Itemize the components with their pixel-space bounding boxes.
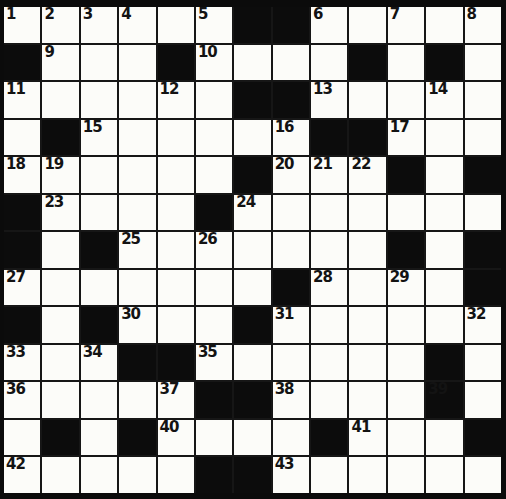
clue-number: 22 <box>351 156 370 173</box>
black-cell <box>465 270 501 306</box>
black-cell <box>349 45 385 81</box>
white-cell[interactable] <box>465 382 501 418</box>
black-cell <box>311 120 347 156</box>
clue-number: 10 <box>198 44 217 61</box>
black-cell <box>465 157 501 193</box>
white-cell[interactable]: 27 <box>4 270 40 306</box>
white-cell[interactable] <box>42 382 78 418</box>
black-cell <box>158 345 194 381</box>
white-cell[interactable] <box>42 82 78 118</box>
clue-number: 25 <box>121 231 140 248</box>
white-cell[interactable]: 38 <box>273 382 309 418</box>
clue-number: 15 <box>83 119 102 136</box>
white-cell[interactable]: 4 <box>119 7 155 43</box>
white-cell[interactable] <box>119 457 155 493</box>
clue-number: 39 <box>428 381 447 398</box>
white-cell[interactable] <box>388 307 424 343</box>
white-cell[interactable] <box>426 420 462 456</box>
clue-number: 6 <box>313 6 322 23</box>
white-cell[interactable]: 28 <box>311 270 347 306</box>
clue-number: 30 <box>121 306 140 323</box>
white-cell[interactable] <box>349 195 385 231</box>
white-cell[interactable] <box>81 270 117 306</box>
black-cell <box>234 82 270 118</box>
white-cell[interactable]: 7 <box>388 7 424 43</box>
white-cell[interactable] <box>234 270 270 306</box>
white-cell[interactable]: 36 <box>4 382 40 418</box>
white-cell[interactable]: 18 <box>4 157 40 193</box>
white-cell[interactable] <box>349 457 385 493</box>
white-cell[interactable] <box>119 120 155 156</box>
white-cell[interactable] <box>465 45 501 81</box>
white-cell[interactable] <box>465 195 501 231</box>
white-cell[interactable] <box>465 345 501 381</box>
black-cell <box>4 195 40 231</box>
white-cell[interactable] <box>388 82 424 118</box>
white-cell[interactable]: 11 <box>4 82 40 118</box>
white-cell[interactable] <box>158 307 194 343</box>
clue-number: 14 <box>428 81 447 98</box>
black-cell <box>234 382 270 418</box>
white-cell[interactable]: 26 <box>196 232 232 268</box>
black-cell <box>81 307 117 343</box>
white-cell[interactable] <box>119 195 155 231</box>
white-cell[interactable] <box>388 420 424 456</box>
clue-number: 8 <box>467 6 476 23</box>
white-cell[interactable]: 8 <box>465 7 501 43</box>
crossword-grid: 1234567891011121314151617181920212223242… <box>0 0 506 499</box>
clue-number: 43 <box>275 456 294 473</box>
white-cell[interactable]: 24 <box>234 195 270 231</box>
white-cell[interactable] <box>465 120 501 156</box>
white-cell[interactable]: 16 <box>273 120 309 156</box>
white-cell[interactable] <box>426 307 462 343</box>
white-cell[interactable] <box>42 270 78 306</box>
black-cell <box>158 45 194 81</box>
white-cell[interactable] <box>81 420 117 456</box>
white-cell[interactable] <box>196 420 232 456</box>
white-cell[interactable]: 5 <box>196 7 232 43</box>
white-cell[interactable]: 35 <box>196 345 232 381</box>
white-cell[interactable] <box>311 345 347 381</box>
black-cell <box>426 345 462 381</box>
black-cell <box>273 7 309 43</box>
white-cell[interactable] <box>311 382 347 418</box>
white-cell[interactable] <box>158 7 194 43</box>
white-cell[interactable] <box>273 232 309 268</box>
clue-number: 20 <box>275 156 294 173</box>
white-cell[interactable] <box>349 345 385 381</box>
white-cell[interactable] <box>426 157 462 193</box>
white-cell[interactable] <box>388 45 424 81</box>
clue-number: 12 <box>160 81 179 98</box>
white-cell[interactable] <box>426 457 462 493</box>
white-cell[interactable]: 9 <box>42 45 78 81</box>
white-cell[interactable] <box>426 195 462 231</box>
white-cell[interactable] <box>119 82 155 118</box>
white-cell[interactable] <box>311 307 347 343</box>
white-cell[interactable] <box>273 45 309 81</box>
white-cell[interactable] <box>196 157 232 193</box>
white-cell[interactable] <box>349 382 385 418</box>
clue-number: 16 <box>275 119 294 136</box>
white-cell[interactable]: 10 <box>196 45 232 81</box>
clue-number: 40 <box>160 419 179 436</box>
white-cell[interactable]: 17 <box>388 120 424 156</box>
clue-number: 19 <box>44 156 63 173</box>
white-cell[interactable]: 21 <box>311 157 347 193</box>
white-cell[interactable] <box>119 157 155 193</box>
clue-number: 42 <box>6 456 25 473</box>
clue-number: 7 <box>390 6 399 23</box>
white-cell[interactable] <box>158 157 194 193</box>
white-cell[interactable] <box>273 420 309 456</box>
clue-number: 17 <box>390 119 409 136</box>
black-cell: 39 <box>426 382 462 418</box>
white-cell[interactable] <box>349 82 385 118</box>
white-cell[interactable] <box>4 120 40 156</box>
white-cell[interactable]: 19 <box>42 157 78 193</box>
black-cell <box>42 120 78 156</box>
crossword-page: 1234567891011121314151617181920212223242… <box>0 0 506 499</box>
clue-number: 13 <box>313 81 332 98</box>
black-cell <box>196 457 232 493</box>
white-cell[interactable]: 22 <box>349 157 385 193</box>
clue-number: 26 <box>198 231 217 248</box>
black-cell <box>81 232 117 268</box>
white-cell[interactable]: 43 <box>273 457 309 493</box>
white-cell[interactable] <box>81 157 117 193</box>
white-cell[interactable] <box>196 270 232 306</box>
white-cell[interactable]: 41 <box>349 420 385 456</box>
white-cell[interactable] <box>42 345 78 381</box>
white-cell[interactable] <box>349 270 385 306</box>
white-cell[interactable]: 33 <box>4 345 40 381</box>
white-cell[interactable]: 30 <box>119 307 155 343</box>
white-cell[interactable]: 42 <box>4 457 40 493</box>
white-cell[interactable] <box>81 82 117 118</box>
black-cell <box>273 82 309 118</box>
black-cell <box>465 232 501 268</box>
white-cell[interactable] <box>388 345 424 381</box>
black-cell <box>388 232 424 268</box>
white-cell[interactable] <box>349 7 385 43</box>
black-cell <box>4 307 40 343</box>
white-cell[interactable]: 20 <box>273 157 309 193</box>
black-cell <box>234 457 270 493</box>
white-cell[interactable]: 13 <box>311 82 347 118</box>
white-cell[interactable] <box>388 457 424 493</box>
black-cell <box>234 157 270 193</box>
clue-number: 33 <box>6 344 25 361</box>
white-cell[interactable]: 37 <box>158 382 194 418</box>
black-cell <box>273 270 309 306</box>
white-cell[interactable] <box>311 195 347 231</box>
black-cell <box>4 45 40 81</box>
white-cell[interactable] <box>42 307 78 343</box>
clue-number: 27 <box>6 269 25 286</box>
clue-number: 5 <box>198 6 207 23</box>
white-cell[interactable] <box>234 345 270 381</box>
clue-number: 3 <box>83 6 92 23</box>
clue-number: 4 <box>121 6 130 23</box>
clue-number: 1 <box>6 6 15 23</box>
white-cell[interactable] <box>234 420 270 456</box>
white-cell[interactable] <box>273 195 309 231</box>
clue-number: 28 <box>313 269 332 286</box>
white-cell[interactable] <box>81 382 117 418</box>
black-cell <box>4 232 40 268</box>
black-cell <box>42 420 78 456</box>
white-cell[interactable] <box>234 120 270 156</box>
black-cell <box>196 195 232 231</box>
clue-number: 24 <box>236 194 255 211</box>
clue-number: 36 <box>6 381 25 398</box>
white-cell[interactable]: 34 <box>81 345 117 381</box>
white-cell[interactable] <box>196 82 232 118</box>
white-cell[interactable]: 14 <box>426 82 462 118</box>
clue-number: 41 <box>351 419 370 436</box>
clue-number: 18 <box>6 156 25 173</box>
clue-number: 9 <box>44 44 53 61</box>
white-cell[interactable] <box>158 232 194 268</box>
white-cell[interactable] <box>196 120 232 156</box>
white-cell[interactable] <box>426 270 462 306</box>
white-cell[interactable]: 1 <box>4 7 40 43</box>
clue-number: 21 <box>313 156 332 173</box>
white-cell[interactable]: 15 <box>81 120 117 156</box>
clue-number: 37 <box>160 381 179 398</box>
white-cell[interactable] <box>158 120 194 156</box>
white-cell[interactable] <box>311 45 347 81</box>
black-cell <box>388 157 424 193</box>
white-cell[interactable] <box>349 307 385 343</box>
black-cell <box>234 7 270 43</box>
white-cell[interactable] <box>158 195 194 231</box>
white-cell[interactable]: 40 <box>158 420 194 456</box>
white-cell[interactable] <box>81 457 117 493</box>
white-cell[interactable] <box>4 420 40 456</box>
white-cell[interactable] <box>349 232 385 268</box>
white-cell[interactable] <box>426 120 462 156</box>
black-cell <box>465 420 501 456</box>
black-cell <box>349 120 385 156</box>
white-cell[interactable] <box>81 45 117 81</box>
white-cell[interactable]: 6 <box>311 7 347 43</box>
clue-number: 34 <box>83 344 102 361</box>
white-cell[interactable] <box>311 232 347 268</box>
clue-number: 31 <box>275 306 294 323</box>
clue-number: 2 <box>44 6 53 23</box>
white-cell[interactable] <box>158 457 194 493</box>
white-cell[interactable] <box>426 7 462 43</box>
clue-number: 29 <box>390 269 409 286</box>
black-cell <box>119 420 155 456</box>
white-cell[interactable]: 32 <box>465 307 501 343</box>
clue-number: 32 <box>467 306 486 323</box>
white-cell[interactable] <box>119 382 155 418</box>
white-cell[interactable] <box>465 82 501 118</box>
black-cell <box>426 45 462 81</box>
clue-number: 11 <box>6 81 25 98</box>
white-cell[interactable] <box>465 457 501 493</box>
white-cell[interactable]: 25 <box>119 232 155 268</box>
white-cell[interactable] <box>388 382 424 418</box>
white-cell[interactable]: 23 <box>42 195 78 231</box>
black-cell <box>311 420 347 456</box>
white-cell[interactable] <box>81 195 117 231</box>
white-cell[interactable] <box>234 45 270 81</box>
white-cell[interactable] <box>388 195 424 231</box>
white-cell[interactable]: 29 <box>388 270 424 306</box>
white-cell[interactable] <box>158 270 194 306</box>
white-cell[interactable] <box>119 45 155 81</box>
white-cell[interactable]: 2 <box>42 7 78 43</box>
clue-number: 35 <box>198 344 217 361</box>
white-cell[interactable] <box>426 232 462 268</box>
white-cell[interactable]: 31 <box>273 307 309 343</box>
white-cell[interactable]: 12 <box>158 82 194 118</box>
white-cell[interactable] <box>42 457 78 493</box>
clue-number: 38 <box>275 381 294 398</box>
white-cell[interactable] <box>42 232 78 268</box>
white-cell[interactable] <box>311 457 347 493</box>
black-cell <box>196 382 232 418</box>
clue-number: 23 <box>44 194 63 211</box>
black-cell <box>234 307 270 343</box>
white-cell[interactable] <box>273 345 309 381</box>
white-cell[interactable]: 3 <box>81 7 117 43</box>
white-cell[interactable] <box>119 270 155 306</box>
white-cell[interactable] <box>196 307 232 343</box>
white-cell[interactable] <box>234 232 270 268</box>
black-cell <box>119 345 155 381</box>
